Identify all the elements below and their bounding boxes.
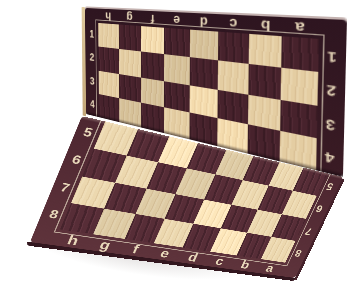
- file-label-far-b: b: [249, 15, 283, 36]
- square-d4: [189, 112, 217, 146]
- square-c1: [218, 32, 249, 64]
- square-g4: [119, 98, 141, 127]
- rank-label-left-4: 4: [86, 91, 99, 117]
- square-d3: [190, 85, 218, 118]
- rank-label-right-4: 4: [316, 138, 344, 177]
- square-e2: [164, 54, 190, 85]
- square-f3: [141, 77, 165, 107]
- file-label-far-d: d: [190, 13, 218, 32]
- rank-label-left-1: 1: [85, 22, 98, 47]
- square-d1: [190, 30, 218, 61]
- folding-chessboard-photo: hgfedcba11223344 hgfedcba55667788: [0, 0, 360, 302]
- square-e1: [164, 28, 190, 58]
- square-d2: [190, 57, 218, 89]
- rank-label-right-2: 2: [317, 72, 345, 109]
- square-e4: [164, 107, 189, 139]
- square-h1: [98, 23, 118, 49]
- square-f2: [141, 52, 165, 81]
- file-label-far-g: g: [119, 10, 141, 27]
- square-g2: [119, 49, 141, 77]
- square-b1: [248, 34, 282, 68]
- square-h4: [99, 94, 119, 122]
- square-f1: [141, 26, 165, 54]
- file-label-far-e: e: [164, 12, 190, 30]
- file-label-far-a: a: [282, 17, 319, 39]
- file-label-far-f: f: [141, 11, 165, 28]
- rank-label-right-1: 1: [318, 39, 346, 75]
- rank-label-left-2: 2: [85, 45, 98, 70]
- square-a1: [281, 36, 318, 72]
- file-label-far-c: c: [218, 14, 249, 34]
- rank-label-left-3: 3: [86, 68, 99, 94]
- file-label-far-h: h: [98, 9, 118, 25]
- rank-label-right-3: 3: [317, 105, 345, 143]
- square-g1: [119, 24, 141, 51]
- square-h2: [98, 47, 118, 74]
- square-f4: [141, 102, 164, 133]
